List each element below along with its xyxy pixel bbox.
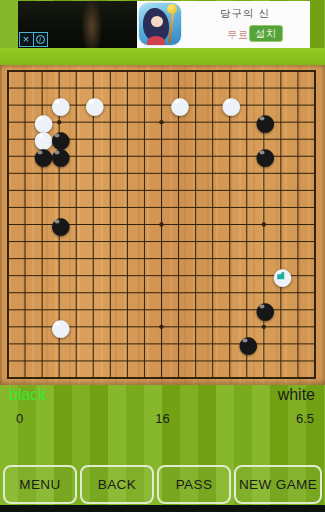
stone-black: ● <box>51 216 68 233</box>
green-strip <box>0 48 325 65</box>
info-circle-glyph: i <box>36 35 45 44</box>
bottom-dark-strip <box>0 505 325 512</box>
stone-black: ● <box>255 114 272 131</box>
new-game-button[interactable]: NEW GAME <box>234 465 322 504</box>
stone-black: ● <box>51 148 68 165</box>
character-dress <box>147 36 165 45</box>
stone-white: ● <box>51 318 68 335</box>
ad-controls: × i <box>19 32 48 47</box>
billiard-cue-icon <box>168 9 175 43</box>
billiard-ball-icon <box>167 4 177 14</box>
stone-white: ● <box>170 97 187 114</box>
stone-white: ● <box>85 97 102 114</box>
stone-black: ● <box>238 335 255 352</box>
ad-price-label: 무료 <box>227 28 249 42</box>
ad-title: 당구의 신 <box>185 7 305 21</box>
stone-white: ● <box>221 97 238 114</box>
black-captures-value: 0 <box>16 411 23 426</box>
goban-grid[interactable]: ●●●●●●●●●●●●●●●● <box>8 71 315 378</box>
ad-content-panel[interactable]: 당구의 신 무료 설치 <box>137 1 310 48</box>
menu-button[interactable]: MENU <box>3 465 77 504</box>
white-player-label: white <box>278 386 315 404</box>
black-player-label: black <box>9 386 46 404</box>
go-board: ●●●●●●●●●●●●●●●● <box>0 65 325 385</box>
komi-value: 6.5 <box>296 411 314 426</box>
game-numbers-row: 0 16 6.5 <box>0 411 325 427</box>
character-face <box>151 16 163 27</box>
ad-photo[interactable]: × i <box>18 1 137 48</box>
stone-white: ● <box>272 267 289 284</box>
ad-install-button[interactable]: 설치 <box>249 25 283 42</box>
ad-banner[interactable]: × i 당구의 신 무료 설치 <box>0 1 325 48</box>
player-labels-row: black white <box>0 386 325 406</box>
control-bar: MENU BACK PASS NEW GAME <box>3 465 322 504</box>
stone-black: ● <box>255 148 272 165</box>
ad-app-icon[interactable] <box>139 3 181 45</box>
back-button[interactable]: BACK <box>80 465 154 504</box>
stone-black: ● <box>34 148 51 165</box>
ad-info-icon[interactable]: i <box>33 32 48 47</box>
pass-button[interactable]: PASS <box>157 465 231 504</box>
ad-close-icon[interactable]: × <box>19 32 34 47</box>
move-number-value: 16 <box>155 411 169 426</box>
stone-black: ● <box>255 301 272 318</box>
last-move-marker <box>278 272 285 279</box>
app-screen: × i 당구의 신 무료 설치 ●●●●●●●●●●●●●●●● black <box>0 0 325 512</box>
